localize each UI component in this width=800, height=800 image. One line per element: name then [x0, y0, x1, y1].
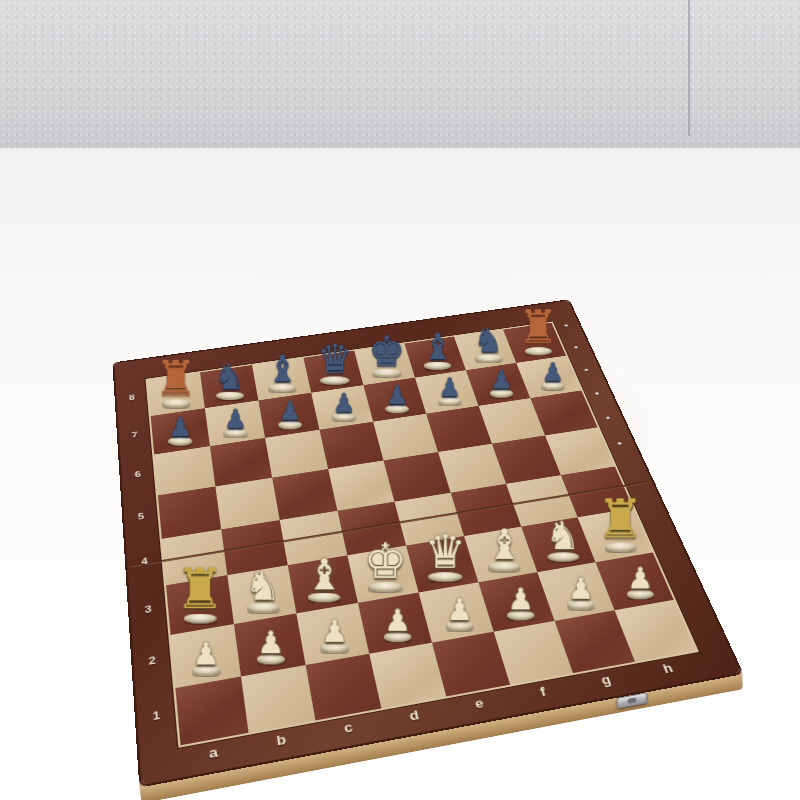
file-label-e: e: [466, 694, 493, 713]
file-label-h: h: [654, 659, 681, 677]
file-label-f: f: [529, 682, 556, 701]
file-label-d: d: [401, 706, 428, 725]
square-h1: [615, 600, 696, 662]
square-b1: [241, 665, 315, 733]
rank-label-1: 1: [144, 707, 169, 723]
hinge-pin-icon: [606, 416, 611, 419]
square-a1: [175, 676, 248, 745]
pawn-glyph: ♟: [191, 638, 220, 669]
queen-glyph: ♛: [424, 529, 465, 575]
pawn-glyph: ♟: [567, 574, 594, 604]
rook-glyph: ♜: [174, 561, 224, 617]
rank-label-4: 4: [133, 555, 155, 568]
square-a6: [154, 446, 215, 495]
bishop-glyph: ♝: [305, 553, 343, 595]
rank-label-6: 6: [127, 468, 148, 480]
rank-label-8: 8: [122, 392, 141, 402]
pawn-glyph: ♟: [320, 616, 348, 646]
king-glyph: ♚: [363, 537, 407, 586]
chess-board: 12345678abcdefgh♜♞♝♛♚♝♞♜♟♟♟♟♟♟♟♟♜♞♝♚♛♝♞♜…: [114, 301, 740, 785]
square-b5: [215, 478, 279, 530]
hinge-pin-icon: [595, 392, 600, 395]
pawn-glyph: ♟: [383, 605, 411, 635]
pawn-glyph: ♟: [256, 627, 284, 658]
knight-glyph: ♞: [545, 516, 580, 555]
clasp-latch-icon: [616, 692, 647, 709]
square-e1: [432, 632, 510, 697]
hinge-pin-icon: [574, 346, 578, 349]
file-label-g: g: [592, 671, 619, 689]
rank-label-7: 7: [125, 429, 145, 440]
pawn-glyph: ♟: [445, 595, 473, 625]
rank-label-2: 2: [140, 653, 164, 668]
square-c5: [272, 469, 337, 520]
pawn-glyph: ♟: [626, 564, 653, 593]
square-c1: [306, 654, 382, 721]
pawn-glyph: ♟: [506, 584, 534, 614]
file-label-c: c: [335, 718, 361, 738]
square-f1: [494, 621, 573, 685]
square-d1: [369, 643, 446, 709]
hinge-pin-icon: [617, 442, 622, 445]
file-label-b: b: [268, 730, 294, 750]
knight-glyph: ♞: [244, 566, 280, 607]
rank-label-3: 3: [137, 602, 160, 616]
bishop-glyph: ♝: [485, 524, 522, 566]
square-g1: [555, 610, 635, 673]
perspective-scene: 12345678abcdefgh♜♞♝♛♚♝♞♜♟♟♟♟♟♟♟♟♜♞♝♚♛♝♞♜…: [0, 0, 800, 800]
photo-stage: 12345678abcdefgh♜♞♝♛♚♝♞♜♟♟♟♟♟♟♟♟♜♞♝♚♛♝♞♜…: [0, 0, 800, 800]
rook-glyph: ♜: [596, 492, 644, 546]
file-label-a: a: [200, 743, 226, 763]
hinge-pin-icon: [584, 368, 589, 371]
square-a5: [158, 486, 221, 538]
hinge-pin-icon: [564, 324, 568, 327]
rank-label-5: 5: [130, 510, 151, 522]
